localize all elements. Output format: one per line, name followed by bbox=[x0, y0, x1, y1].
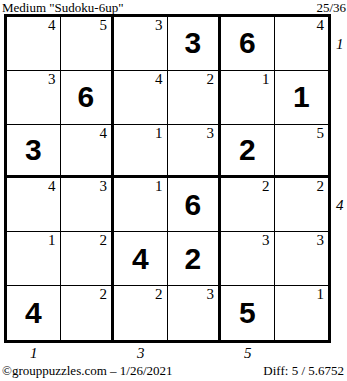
cell-r2c4[interactable]: 2 bbox=[168, 71, 222, 125]
corner-mark: 4 bbox=[48, 18, 56, 33]
given-digit: 5 bbox=[239, 298, 256, 328]
cell-r3c1[interactable]: 3 bbox=[7, 125, 61, 179]
cell-r3c4[interactable]: 3 bbox=[168, 125, 222, 179]
given-digit: 1 bbox=[293, 82, 310, 112]
cell-r6c3[interactable]: 2 bbox=[114, 286, 168, 340]
cell-r5c3[interactable]: 4 bbox=[114, 232, 168, 286]
cell-r1c2[interactable]: 5 bbox=[61, 17, 115, 71]
corner-mark: 2 bbox=[100, 287, 108, 302]
cell-r2c3[interactable]: 4 bbox=[114, 71, 168, 125]
corner-mark: 2 bbox=[100, 233, 108, 248]
corner-mark: 3 bbox=[317, 233, 325, 248]
given-digit: 6 bbox=[184, 190, 201, 220]
corner-mark: 5 bbox=[317, 126, 325, 141]
cell-r5c6[interactable]: 3 bbox=[275, 232, 329, 286]
corner-mark: 1 bbox=[262, 72, 270, 87]
row-label-right-4: 4 bbox=[336, 198, 344, 213]
given-digit: 3 bbox=[25, 135, 42, 165]
cell-r1c6[interactable]: 4 bbox=[275, 17, 329, 71]
sudoku-board: 453364364211341325431622124233422351 bbox=[4, 14, 331, 343]
cell-r4c5[interactable]: 2 bbox=[221, 178, 275, 232]
corner-mark: 2 bbox=[262, 179, 270, 194]
corner-mark: 3 bbox=[155, 18, 163, 33]
cell-r3c5[interactable]: 2 bbox=[221, 125, 275, 179]
cell-r1c4[interactable]: 3 bbox=[168, 17, 222, 71]
cell-r2c2[interactable]: 6 bbox=[61, 71, 115, 125]
cell-r6c6[interactable]: 1 bbox=[275, 286, 329, 340]
difficulty-text: Diff: 5 / 5.6752 bbox=[263, 363, 344, 379]
cell-r5c2[interactable]: 2 bbox=[61, 232, 115, 286]
given-digit: 6 bbox=[239, 28, 256, 58]
cell-r3c3[interactable]: 1 bbox=[114, 125, 168, 179]
corner-mark: 3 bbox=[207, 126, 215, 141]
cell-r1c3[interactable]: 3 bbox=[114, 17, 168, 71]
corner-mark: 3 bbox=[262, 233, 270, 248]
corner-mark: 3 bbox=[48, 72, 56, 87]
given-digit: 2 bbox=[239, 135, 256, 165]
cell-r6c5[interactable]: 5 bbox=[221, 286, 275, 340]
corner-mark: 3 bbox=[207, 287, 215, 302]
given-digit: 3 bbox=[184, 28, 201, 58]
cell-r6c4[interactable]: 3 bbox=[168, 286, 222, 340]
corner-mark: 4 bbox=[100, 126, 108, 141]
copyright-text: ©grouppuzzles.com – 1/26/2021 bbox=[2, 363, 173, 379]
cell-r3c2[interactable]: 4 bbox=[61, 125, 115, 179]
corner-mark: 1 bbox=[48, 233, 56, 248]
given-digit: 4 bbox=[25, 298, 42, 328]
cell-r5c4[interactable]: 2 bbox=[168, 232, 222, 286]
cell-r2c5[interactable]: 1 bbox=[221, 71, 275, 125]
col-label-bottom-1: 1 bbox=[30, 346, 38, 361]
cell-r6c2[interactable]: 2 bbox=[61, 286, 115, 340]
cell-r2c6[interactable]: 1 bbox=[275, 71, 329, 125]
corner-mark: 2 bbox=[317, 179, 325, 194]
cell-r5c1[interactable]: 1 bbox=[7, 232, 61, 286]
cell-r4c2[interactable]: 3 bbox=[61, 178, 115, 232]
given-digit: 4 bbox=[132, 244, 149, 274]
corner-mark: 3 bbox=[100, 179, 108, 194]
cell-r6c1[interactable]: 4 bbox=[7, 286, 61, 340]
cell-r5c5[interactable]: 3 bbox=[221, 232, 275, 286]
cell-r4c3[interactable]: 1 bbox=[114, 178, 168, 232]
cell-r3c6[interactable]: 5 bbox=[275, 125, 329, 179]
cell-r2c1[interactable]: 3 bbox=[7, 71, 61, 125]
corner-mark: 5 bbox=[100, 18, 108, 33]
corner-mark: 1 bbox=[155, 179, 163, 194]
corner-mark: 4 bbox=[48, 179, 56, 194]
corner-mark: 4 bbox=[317, 18, 325, 33]
row-label-right-1: 1 bbox=[336, 36, 344, 51]
corner-mark: 2 bbox=[207, 72, 215, 87]
cell-r1c1[interactable]: 4 bbox=[7, 17, 61, 71]
col-label-bottom-3: 3 bbox=[137, 346, 145, 361]
given-digit: 2 bbox=[184, 244, 201, 274]
corner-mark: 1 bbox=[155, 126, 163, 141]
corner-mark: 2 bbox=[155, 287, 163, 302]
cell-r1c5[interactable]: 6 bbox=[221, 17, 275, 71]
cell-r4c6[interactable]: 2 bbox=[275, 178, 329, 232]
cell-r4c1[interactable]: 4 bbox=[7, 178, 61, 232]
col-label-bottom-5: 5 bbox=[244, 346, 252, 361]
given-digit: 6 bbox=[77, 82, 94, 112]
cell-r4c4[interactable]: 6 bbox=[168, 178, 222, 232]
corner-mark: 1 bbox=[317, 287, 325, 302]
corner-mark: 4 bbox=[155, 72, 163, 87]
